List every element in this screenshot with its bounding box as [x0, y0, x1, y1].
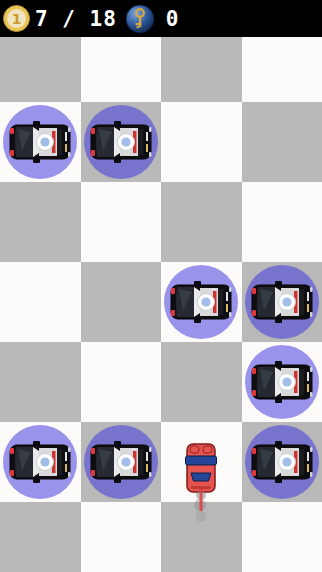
board-square[interactable]	[242, 342, 322, 422]
police-car-icon	[251, 441, 313, 483]
key-orb-icon	[125, 4, 155, 34]
red-car-icon	[184, 442, 218, 494]
board-square[interactable]	[242, 102, 322, 182]
police-car-icon	[9, 441, 71, 483]
police-car-icon	[251, 361, 313, 403]
board-square[interactable]	[81, 182, 162, 262]
board-square[interactable]	[0, 502, 81, 572]
coin-counter: 7 / 18	[35, 7, 117, 31]
board-square[interactable]	[161, 342, 242, 422]
board-square[interactable]	[0, 102, 81, 182]
police-car-icon	[251, 281, 313, 323]
board-square[interactable]	[0, 262, 81, 342]
target-circle[interactable]	[84, 425, 158, 499]
police-car-icon	[90, 441, 152, 483]
player-car[interactable]	[184, 430, 218, 494]
key-counter: 0	[166, 7, 180, 31]
board-square[interactable]	[161, 102, 242, 182]
board-square[interactable]	[161, 262, 242, 342]
board-square[interactable]	[242, 262, 322, 342]
board-square[interactable]	[161, 182, 242, 262]
hud-bar: 1 7 / 18 0	[0, 0, 322, 37]
police-car-icon	[9, 121, 71, 163]
board-square[interactable]	[81, 102, 162, 182]
board	[0, 22, 322, 572]
board-square[interactable]	[0, 342, 81, 422]
board-square[interactable]	[81, 342, 162, 422]
board-square[interactable]	[242, 182, 322, 262]
target-circle[interactable]	[3, 105, 77, 179]
police-car-icon	[90, 121, 152, 163]
board-square[interactable]	[0, 422, 81, 502]
gold-coin-icon: 1	[3, 5, 30, 32]
game-screen: 1 7 / 18 0	[0, 0, 322, 572]
svg-text:1: 1	[12, 11, 22, 27]
board-square[interactable]	[161, 422, 242, 502]
police-car-icon	[170, 281, 232, 323]
board-square[interactable]	[0, 182, 81, 262]
target-circle[interactable]	[245, 425, 319, 499]
board-square[interactable]	[161, 502, 242, 572]
target-circle[interactable]	[245, 345, 319, 419]
board-square[interactable]	[242, 422, 322, 502]
board-square[interactable]	[81, 262, 162, 342]
target-circle[interactable]	[245, 265, 319, 339]
board-square[interactable]	[81, 422, 162, 502]
board-square[interactable]	[242, 502, 322, 572]
target-circle[interactable]	[164, 265, 238, 339]
target-circle[interactable]	[84, 105, 158, 179]
target-circle[interactable]	[3, 425, 77, 499]
board-square[interactable]	[81, 502, 162, 572]
